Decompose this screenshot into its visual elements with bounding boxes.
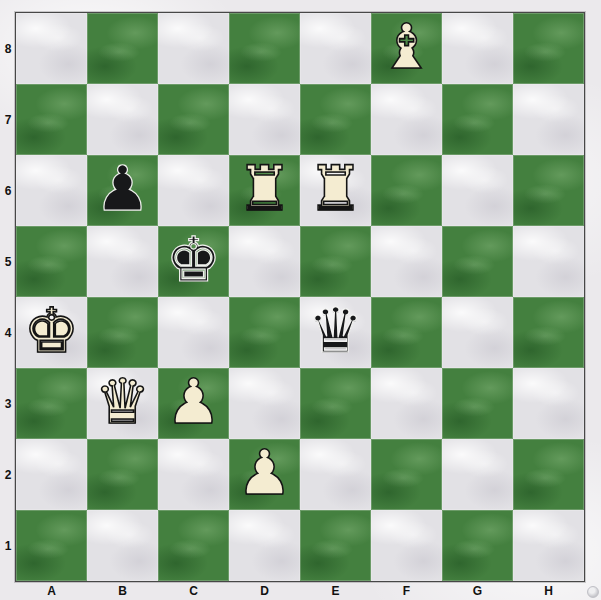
square-e6[interactable]: ♜ [300, 155, 371, 226]
square-e7[interactable] [300, 84, 371, 155]
square-h6[interactable] [513, 155, 584, 226]
square-f2[interactable] [371, 439, 442, 510]
square-g4[interactable] [442, 297, 513, 368]
file-label-b: B [87, 581, 158, 600]
square-a8[interactable] [16, 13, 87, 84]
square-f8[interactable]: ♝ [371, 13, 442, 84]
square-f4[interactable] [371, 297, 442, 368]
square-e5[interactable] [300, 226, 371, 297]
square-b1[interactable] [87, 510, 158, 581]
square-a1[interactable] [16, 510, 87, 581]
square-b2[interactable] [87, 439, 158, 510]
square-h1[interactable] [513, 510, 584, 581]
square-a3[interactable] [16, 368, 87, 439]
square-b4[interactable] [87, 297, 158, 368]
black-pawn: ♟ [95, 158, 151, 220]
square-c1[interactable] [158, 510, 229, 581]
square-c5[interactable]: ♚ [158, 226, 229, 297]
square-h3[interactable] [513, 368, 584, 439]
rank-label-4: 4 [0, 297, 16, 368]
square-d3[interactable] [229, 368, 300, 439]
rank-label-7: 7 [0, 84, 16, 155]
square-d6[interactable]: ♜ [229, 155, 300, 226]
white-pawn: ♟ [166, 371, 222, 433]
square-h8[interactable] [513, 13, 584, 84]
square-h2[interactable] [513, 439, 584, 510]
square-d5[interactable] [229, 226, 300, 297]
square-b6[interactable]: ♟ [87, 155, 158, 226]
square-a6[interactable] [16, 155, 87, 226]
square-c6[interactable] [158, 155, 229, 226]
square-h7[interactable] [513, 84, 584, 155]
rank-label-6: 6 [0, 155, 16, 226]
square-e3[interactable] [300, 368, 371, 439]
square-d2[interactable]: ♟ [229, 439, 300, 510]
white-pawn: ♟ [237, 442, 293, 504]
square-b7[interactable] [87, 84, 158, 155]
chess-board: ♝♟♜♜♚♚♛♛♟♟ [16, 13, 584, 581]
file-label-h: H [513, 581, 584, 600]
square-c2[interactable] [158, 439, 229, 510]
square-c3[interactable]: ♟ [158, 368, 229, 439]
square-a7[interactable] [16, 84, 87, 155]
rank-label-8: 8 [0, 13, 16, 84]
file-label-c: C [158, 581, 229, 600]
square-a2[interactable] [16, 439, 87, 510]
square-f3[interactable] [371, 368, 442, 439]
file-labels: ABCDEFGH [16, 581, 584, 600]
square-e8[interactable] [300, 13, 371, 84]
rank-label-5: 5 [0, 226, 16, 297]
chess-board-diagram: 87654321 ♝♟♜♜♚♚♛♛♟♟ ABCDEFGH [0, 0, 601, 600]
square-d4[interactable] [229, 297, 300, 368]
white-rook: ♜ [308, 158, 364, 220]
white-queen: ♛ [95, 371, 151, 433]
square-d8[interactable] [229, 13, 300, 84]
square-c7[interactable] [158, 84, 229, 155]
white-rook: ♜ [237, 158, 293, 220]
corner-dot-icon [587, 586, 599, 598]
square-g2[interactable] [442, 439, 513, 510]
square-c4[interactable] [158, 297, 229, 368]
rank-label-3: 3 [0, 368, 16, 439]
square-h4[interactable] [513, 297, 584, 368]
rank-label-1: 1 [0, 510, 16, 581]
square-g3[interactable] [442, 368, 513, 439]
black-king: ♚ [166, 229, 222, 291]
square-f7[interactable] [371, 84, 442, 155]
square-c8[interactable] [158, 13, 229, 84]
square-b8[interactable] [87, 13, 158, 84]
square-b5[interactable] [87, 226, 158, 297]
square-g5[interactable] [442, 226, 513, 297]
square-e2[interactable] [300, 439, 371, 510]
rank-labels: 87654321 [0, 13, 16, 581]
square-g7[interactable] [442, 84, 513, 155]
square-a4[interactable]: ♚ [16, 297, 87, 368]
file-label-g: G [442, 581, 513, 600]
file-label-d: D [229, 581, 300, 600]
square-d1[interactable] [229, 510, 300, 581]
square-f5[interactable] [371, 226, 442, 297]
file-label-a: A [16, 581, 87, 600]
file-label-e: E [300, 581, 371, 600]
square-h5[interactable] [513, 226, 584, 297]
rank-label-2: 2 [0, 439, 16, 510]
square-e1[interactable] [300, 510, 371, 581]
white-king: ♚ [24, 300, 80, 362]
square-a5[interactable] [16, 226, 87, 297]
square-f1[interactable] [371, 510, 442, 581]
square-f6[interactable] [371, 155, 442, 226]
square-b3[interactable]: ♛ [87, 368, 158, 439]
white-bishop: ♝ [379, 16, 435, 78]
square-d7[interactable] [229, 84, 300, 155]
square-e4[interactable]: ♛ [300, 297, 371, 368]
square-g6[interactable] [442, 155, 513, 226]
square-g8[interactable] [442, 13, 513, 84]
square-g1[interactable] [442, 510, 513, 581]
file-label-f: F [371, 581, 442, 600]
black-queen: ♛ [308, 300, 364, 362]
